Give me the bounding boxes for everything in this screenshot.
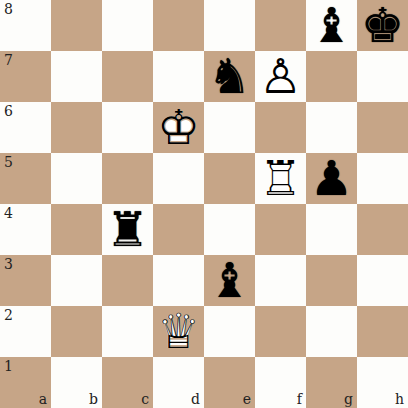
chess-board: 8♝♚7♞♟♙6♚♔5♜♖♟4♜3♝2♛♕1abcdefgh [0, 0, 408, 408]
square-h5[interactable] [357, 153, 408, 204]
square-b7[interactable] [51, 51, 102, 102]
white-rook-icon[interactable]: ♜♖ [255, 153, 306, 204]
square-d7[interactable] [153, 51, 204, 102]
square-g6[interactable] [306, 102, 357, 153]
rank-label-2: 2 [4, 308, 13, 322]
rank-label-3: 3 [4, 257, 13, 271]
square-c2[interactable] [102, 306, 153, 357]
square-g3[interactable] [306, 255, 357, 306]
square-a5[interactable]: 5 [0, 153, 51, 204]
file-label-d: d [191, 392, 200, 406]
square-g5[interactable]: ♟ [306, 153, 357, 204]
white-queen-outline: ♕ [153, 306, 204, 357]
square-h1[interactable]: h [357, 357, 408, 408]
black-knight-fill: ♞ [204, 51, 255, 102]
square-f5[interactable]: ♜♖ [255, 153, 306, 204]
file-label-f: f [297, 392, 302, 406]
rank-label-8: 8 [4, 2, 13, 16]
square-a7[interactable]: 7 [0, 51, 51, 102]
black-knight-icon[interactable]: ♞ [204, 51, 255, 102]
white-pawn-icon[interactable]: ♟♙ [255, 51, 306, 102]
square-e7[interactable]: ♞ [204, 51, 255, 102]
square-h2[interactable] [357, 306, 408, 357]
black-rook-fill: ♜ [102, 204, 153, 255]
rank-label-5: 5 [4, 155, 13, 169]
square-d3[interactable] [153, 255, 204, 306]
rank-label-7: 7 [4, 53, 13, 67]
square-b8[interactable] [51, 0, 102, 51]
rank-label-4: 4 [4, 206, 13, 220]
file-label-e: e [243, 392, 251, 406]
rank-label-1: 1 [4, 359, 13, 373]
square-g1[interactable]: g [306, 357, 357, 408]
square-d2[interactable]: ♛♕ [153, 306, 204, 357]
black-king-fill: ♚ [357, 0, 408, 51]
file-label-h: h [395, 392, 404, 406]
file-label-b: b [89, 392, 98, 406]
black-bishop-icon[interactable]: ♝ [306, 0, 357, 51]
square-d4[interactable] [153, 204, 204, 255]
square-b4[interactable] [51, 204, 102, 255]
file-label-g: g [344, 392, 353, 406]
square-b2[interactable] [51, 306, 102, 357]
black-rook-icon[interactable]: ♜ [102, 204, 153, 255]
square-a3[interactable]: 3 [0, 255, 51, 306]
black-pawn-icon[interactable]: ♟ [306, 153, 357, 204]
square-c7[interactable] [102, 51, 153, 102]
square-e2[interactable] [204, 306, 255, 357]
square-g2[interactable] [306, 306, 357, 357]
square-g4[interactable] [306, 204, 357, 255]
square-a4[interactable]: 4 [0, 204, 51, 255]
white-pawn-outline: ♙ [255, 51, 306, 102]
square-c4[interactable]: ♜ [102, 204, 153, 255]
square-b3[interactable] [51, 255, 102, 306]
square-h3[interactable] [357, 255, 408, 306]
square-b1[interactable]: b [51, 357, 102, 408]
square-f2[interactable] [255, 306, 306, 357]
square-h8[interactable]: ♚ [357, 0, 408, 51]
white-queen-icon[interactable]: ♛♕ [153, 306, 204, 357]
square-g8[interactable]: ♝ [306, 0, 357, 51]
square-e1[interactable]: e [204, 357, 255, 408]
square-g7[interactable] [306, 51, 357, 102]
black-king-icon[interactable]: ♚ [357, 0, 408, 51]
black-bishop-icon[interactable]: ♝ [204, 255, 255, 306]
square-f6[interactable] [255, 102, 306, 153]
black-bishop-fill: ♝ [204, 255, 255, 306]
file-label-a: a [39, 392, 47, 406]
rank-label-6: 6 [4, 104, 13, 118]
file-label-c: c [141, 392, 149, 406]
black-pawn-fill: ♟ [306, 153, 357, 204]
square-e3[interactable]: ♝ [204, 255, 255, 306]
white-king-outline: ♔ [153, 102, 204, 153]
square-d1[interactable]: d [153, 357, 204, 408]
square-b5[interactable] [51, 153, 102, 204]
square-f1[interactable]: f [255, 357, 306, 408]
white-rook-outline: ♖ [255, 153, 306, 204]
square-d5[interactable] [153, 153, 204, 204]
square-d8[interactable] [153, 0, 204, 51]
square-h6[interactable] [357, 102, 408, 153]
square-e6[interactable] [204, 102, 255, 153]
square-c8[interactable] [102, 0, 153, 51]
square-c1[interactable]: c [102, 357, 153, 408]
square-h7[interactable] [357, 51, 408, 102]
square-e4[interactable] [204, 204, 255, 255]
square-f8[interactable] [255, 0, 306, 51]
square-a6[interactable]: 6 [0, 102, 51, 153]
square-e5[interactable] [204, 153, 255, 204]
square-f4[interactable] [255, 204, 306, 255]
square-a8[interactable]: 8 [0, 0, 51, 51]
square-e8[interactable] [204, 0, 255, 51]
square-b6[interactable] [51, 102, 102, 153]
square-h4[interactable] [357, 204, 408, 255]
square-d6[interactable]: ♚♔ [153, 102, 204, 153]
square-f3[interactable] [255, 255, 306, 306]
square-a1[interactable]: 1a [0, 357, 51, 408]
white-king-icon[interactable]: ♚♔ [153, 102, 204, 153]
square-c3[interactable] [102, 255, 153, 306]
square-c6[interactable] [102, 102, 153, 153]
square-f7[interactable]: ♟♙ [255, 51, 306, 102]
square-a2[interactable]: 2 [0, 306, 51, 357]
black-bishop-fill: ♝ [306, 0, 357, 51]
square-c5[interactable] [102, 153, 153, 204]
